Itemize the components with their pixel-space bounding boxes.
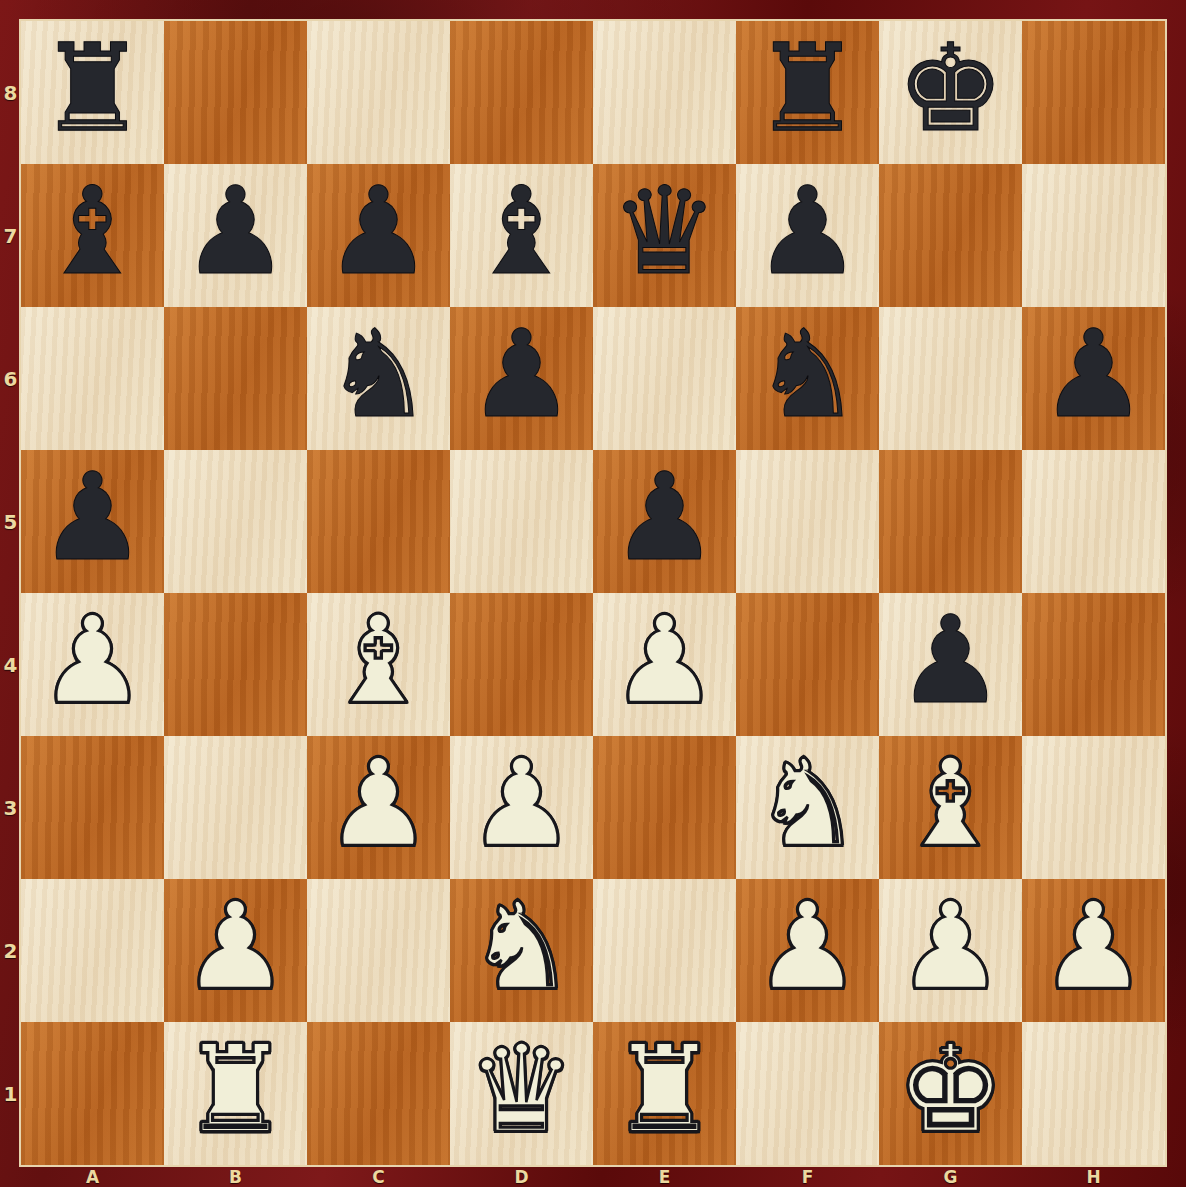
rank-label-1: 1 — [0, 1022, 21, 1165]
square-g5[interactable] — [879, 450, 1022, 593]
square-c8[interactable] — [307, 21, 450, 164]
file-label-h: H — [1022, 1166, 1165, 1187]
square-a2[interactable] — [21, 879, 164, 1022]
rank-label-2: 2 — [0, 879, 21, 1022]
piece-white-pawn[interactable]: ♟ — [467, 743, 575, 864]
square-b4[interactable] — [164, 593, 307, 736]
file-label-e: E — [593, 1166, 736, 1187]
rank-label-8: 8 — [0, 21, 21, 164]
square-c4[interactable]: ♝ — [307, 593, 450, 736]
square-g1[interactable]: ♚ — [879, 1022, 1022, 1165]
piece-white-knight[interactable]: ♞ — [753, 743, 861, 864]
rank-label-3: 3 — [0, 736, 21, 879]
piece-black-bishop[interactable]: ♝ — [38, 171, 146, 292]
square-f3[interactable]: ♞ — [736, 736, 879, 879]
piece-black-rook[interactable]: ♜ — [753, 28, 861, 149]
square-b6[interactable] — [164, 307, 307, 450]
square-f1[interactable] — [736, 1022, 879, 1165]
rank-label-4: 4 — [0, 593, 21, 736]
square-d8[interactable] — [450, 21, 593, 164]
board-grid: ♜♜♚♝♟♟♝♛♟♞♟♞♟♟♟♟♝♟♟♟♟♞♝♟♞♟♟♟♜♛♜♚ — [21, 21, 1165, 1165]
square-h5[interactable] — [1022, 450, 1165, 593]
piece-black-pawn[interactable]: ♟ — [1039, 314, 1147, 435]
square-b5[interactable] — [164, 450, 307, 593]
square-h6[interactable]: ♟ — [1022, 307, 1165, 450]
piece-white-pawn[interactable]: ♟ — [1039, 886, 1147, 1007]
piece-white-pawn[interactable]: ♟ — [38, 600, 146, 721]
square-e8[interactable] — [593, 21, 736, 164]
square-g3[interactable]: ♝ — [879, 736, 1022, 879]
piece-black-pawn[interactable]: ♟ — [610, 457, 718, 578]
square-a3[interactable] — [21, 736, 164, 879]
square-e3[interactable] — [593, 736, 736, 879]
piece-black-queen[interactable]: ♛ — [610, 171, 718, 292]
square-a8[interactable]: ♜ — [21, 21, 164, 164]
file-label-c: C — [307, 1166, 450, 1187]
piece-white-rook[interactable]: ♜ — [181, 1029, 289, 1150]
square-h8[interactable] — [1022, 21, 1165, 164]
piece-white-pawn[interactable]: ♟ — [610, 600, 718, 721]
square-f7[interactable]: ♟ — [736, 164, 879, 307]
square-d4[interactable] — [450, 593, 593, 736]
square-c7[interactable]: ♟ — [307, 164, 450, 307]
piece-white-pawn[interactable]: ♟ — [753, 886, 861, 1007]
piece-black-pawn[interactable]: ♟ — [38, 457, 146, 578]
piece-white-pawn[interactable]: ♟ — [324, 743, 432, 864]
square-a4[interactable]: ♟ — [21, 593, 164, 736]
square-f8[interactable]: ♜ — [736, 21, 879, 164]
square-e7[interactable]: ♛ — [593, 164, 736, 307]
square-h2[interactable]: ♟ — [1022, 879, 1165, 1022]
piece-white-king[interactable]: ♚ — [896, 1029, 1004, 1150]
square-a7[interactable]: ♝ — [21, 164, 164, 307]
square-b3[interactable] — [164, 736, 307, 879]
square-b2[interactable]: ♟ — [164, 879, 307, 1022]
file-label-a: A — [21, 1166, 164, 1187]
square-h7[interactable] — [1022, 164, 1165, 307]
rank-labels: 87654321 — [0, 21, 21, 1165]
square-b8[interactable] — [164, 21, 307, 164]
square-a5[interactable]: ♟ — [21, 450, 164, 593]
file-label-b: B — [164, 1166, 307, 1187]
square-d3[interactable]: ♟ — [450, 736, 593, 879]
piece-white-rook[interactable]: ♜ — [610, 1029, 718, 1150]
square-f6[interactable]: ♞ — [736, 307, 879, 450]
piece-black-pawn[interactable]: ♟ — [896, 600, 1004, 721]
square-c2[interactable] — [307, 879, 450, 1022]
square-d6[interactable]: ♟ — [450, 307, 593, 450]
square-g6[interactable] — [879, 307, 1022, 450]
piece-white-pawn[interactable]: ♟ — [896, 886, 1004, 1007]
square-d1[interactable]: ♛ — [450, 1022, 593, 1165]
square-e6[interactable] — [593, 307, 736, 450]
piece-black-knight[interactable]: ♞ — [753, 314, 861, 435]
piece-black-pawn[interactable]: ♟ — [181, 171, 289, 292]
square-c1[interactable] — [307, 1022, 450, 1165]
file-labels: ABCDEFGH — [21, 1166, 1165, 1187]
piece-white-bishop[interactable]: ♝ — [896, 743, 1004, 864]
square-c3[interactable]: ♟ — [307, 736, 450, 879]
square-g2[interactable]: ♟ — [879, 879, 1022, 1022]
square-d2[interactable]: ♞ — [450, 879, 593, 1022]
piece-black-bishop[interactable]: ♝ — [467, 171, 575, 292]
square-h4[interactable] — [1022, 593, 1165, 736]
piece-white-queen[interactable]: ♛ — [467, 1029, 575, 1150]
board-frame: ♜♜♚♝♟♟♝♛♟♞♟♞♟♟♟♟♝♟♟♟♟♞♝♟♞♟♟♟♜♛♜♚ 8765432… — [0, 0, 1186, 1187]
square-e5[interactable]: ♟ — [593, 450, 736, 593]
square-e1[interactable]: ♜ — [593, 1022, 736, 1165]
square-f4[interactable] — [736, 593, 879, 736]
file-label-d: D — [450, 1166, 593, 1187]
rank-label-5: 5 — [0, 450, 21, 593]
square-h1[interactable] — [1022, 1022, 1165, 1165]
piece-black-pawn[interactable]: ♟ — [324, 171, 432, 292]
piece-white-bishop[interactable]: ♝ — [324, 600, 432, 721]
piece-white-pawn[interactable]: ♟ — [181, 886, 289, 1007]
square-a6[interactable] — [21, 307, 164, 450]
square-c5[interactable] — [307, 450, 450, 593]
square-a1[interactable] — [21, 1022, 164, 1165]
rank-label-7: 7 — [0, 164, 21, 307]
file-label-g: G — [879, 1166, 1022, 1187]
square-b1[interactable]: ♜ — [164, 1022, 307, 1165]
square-d7[interactable]: ♝ — [450, 164, 593, 307]
chess-board-screenshot: ♜♜♚♝♟♟♝♛♟♞♟♞♟♟♟♟♝♟♟♟♟♞♝♟♞♟♟♟♜♛♜♚ 8765432… — [0, 0, 1200, 1187]
square-e2[interactable] — [593, 879, 736, 1022]
square-g4[interactable]: ♟ — [879, 593, 1022, 736]
rank-label-6: 6 — [0, 307, 21, 450]
piece-white-knight[interactable]: ♞ — [467, 886, 575, 1007]
square-f5[interactable] — [736, 450, 879, 593]
file-label-f: F — [736, 1166, 879, 1187]
piece-black-knight[interactable]: ♞ — [324, 314, 432, 435]
square-b7[interactable]: ♟ — [164, 164, 307, 307]
piece-black-king[interactable]: ♚ — [896, 28, 1004, 149]
square-c6[interactable]: ♞ — [307, 307, 450, 450]
square-d5[interactable] — [450, 450, 593, 593]
square-h3[interactable] — [1022, 736, 1165, 879]
piece-black-pawn[interactable]: ♟ — [467, 314, 575, 435]
square-g7[interactable] — [879, 164, 1022, 307]
piece-black-rook[interactable]: ♜ — [38, 28, 146, 149]
piece-black-pawn[interactable]: ♟ — [753, 171, 861, 292]
square-g8[interactable]: ♚ — [879, 21, 1022, 164]
square-f2[interactable]: ♟ — [736, 879, 879, 1022]
square-e4[interactable]: ♟ — [593, 593, 736, 736]
